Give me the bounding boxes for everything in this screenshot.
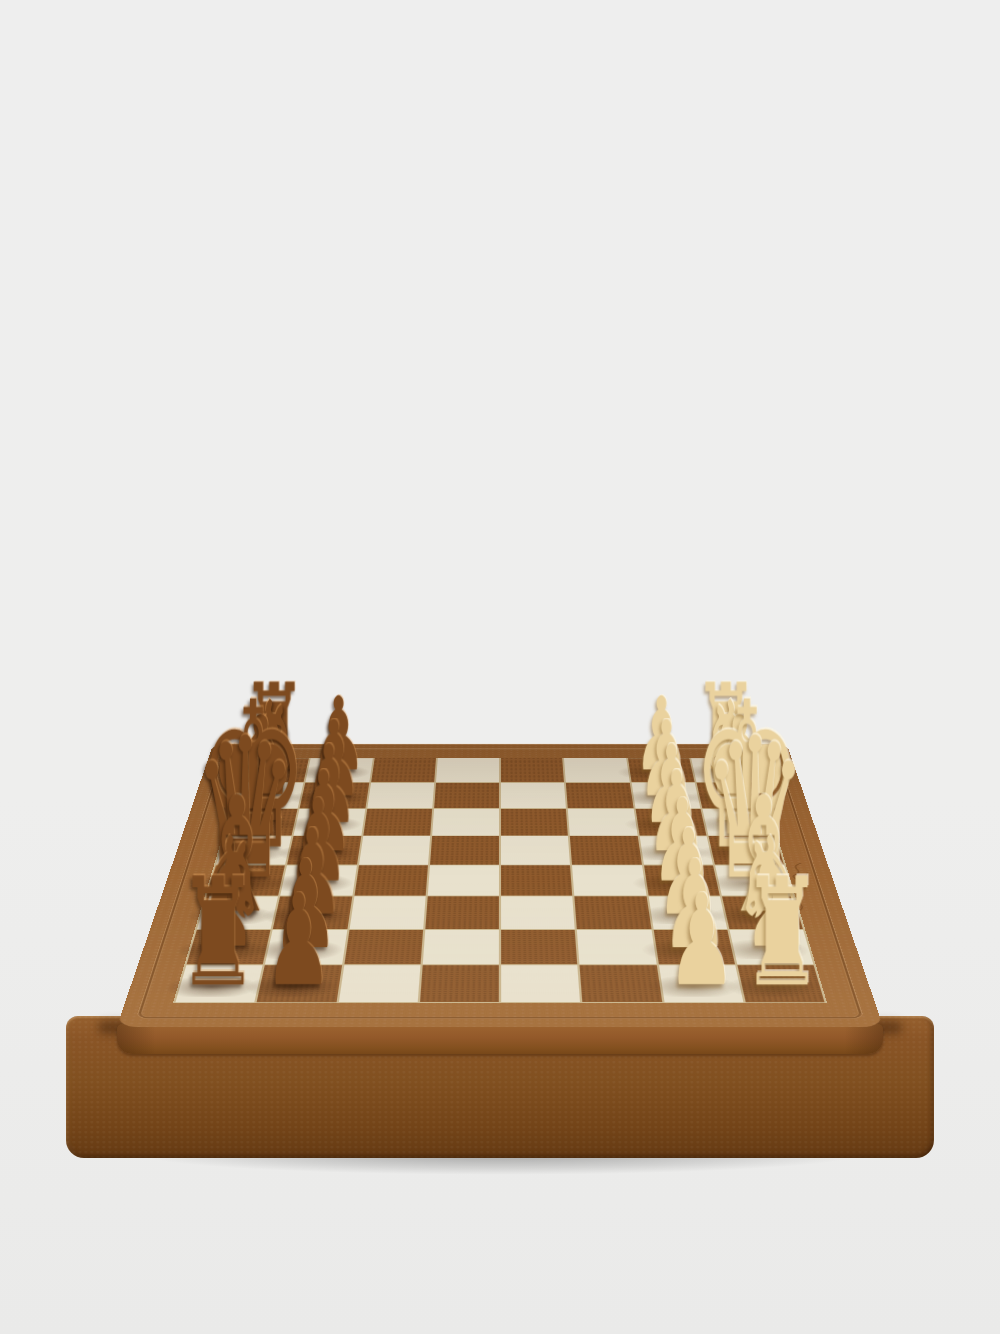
square-r8c2: ♟ <box>257 965 342 1002</box>
chess-set: ♜♟♟♜♞♟♟♞♝♟♟♝♚♟♟♚♛♟♟♛♝♟♟♝♞♟♟♞♜♟♟♜ <box>172 537 828 1193</box>
square-r8c8: ♜ <box>737 965 824 1002</box>
chess-board-lid: ♜♟♟♜♞♟♟♞♝♟♟♝♚♟♟♚♛♟♟♛♝♟♟♝♞♟♟♞♜♟♟♜ <box>117 744 884 1027</box>
black-pawn: ♟ <box>264 891 333 992</box>
black-rook: ♜ <box>177 873 258 992</box>
white-pawn: ♟ <box>667 891 736 992</box>
backdrop: ♜♟♟♜♞♟♟♞♝♟♟♝♚♟♟♚♛♟♟♛♝♟♟♝♞♟♟♞♜♟♟♜ <box>0 0 1000 1334</box>
white-rook: ♜ <box>742 873 823 992</box>
